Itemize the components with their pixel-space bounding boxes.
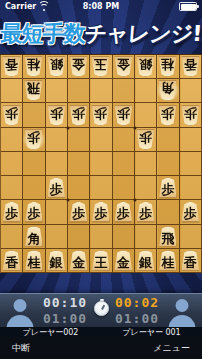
piece-sente-r9c8[interactable]: 桂: [158, 250, 177, 271]
cell-r3c5[interactable]: 歩: [90, 103, 112, 127]
piece-sente-r7c9[interactable]: 歩: [181, 201, 200, 222]
cell-r8c2[interactable]: 角: [23, 225, 45, 249]
piece-gote-r1c9[interactable]: 香: [181, 56, 200, 77]
cell-r4c7[interactable]: 歩: [135, 128, 157, 152]
cell-r8c5[interactable]: [90, 225, 112, 249]
piece-gote-r1c1[interactable]: 香: [2, 56, 21, 77]
cell-r7c5[interactable]: 歩: [90, 200, 112, 224]
cell-r5c6[interactable]: [113, 152, 135, 176]
cell-r5c4[interactable]: [68, 152, 90, 176]
player-right-avatar: [165, 297, 199, 327]
battery-icon: [179, 2, 197, 11]
cell-r6c9[interactable]: [180, 176, 202, 200]
cell-r8c8[interactable]: 飛: [157, 225, 179, 249]
piece-gote-r3c1[interactable]: 歩: [2, 105, 21, 126]
cell-r8c1[interactable]: [1, 225, 23, 249]
status-bar: Carrier 8:08 PM: [0, 0, 202, 13]
cell-r2c7[interactable]: [135, 79, 157, 103]
piece-sente-r7c7[interactable]: 歩: [136, 201, 155, 222]
cell-r9c9[interactable]: 香: [180, 249, 202, 273]
cell-r4c9[interactable]: [180, 128, 202, 152]
app-screen: Carrier 8:08 PM 最短手数チャレンジ! 香桂銀金玉金銀桂香飛角歩歩…: [0, 0, 202, 359]
cell-r9c6[interactable]: 金: [113, 249, 135, 273]
clock-time: 8:08 PM: [0, 2, 202, 11]
piece-sente-r9c2[interactable]: 桂: [24, 250, 43, 271]
piece-gote-r2c2[interactable]: 飛: [24, 80, 43, 101]
cell-r6c6[interactable]: [113, 176, 135, 200]
piece-sente-r7c4[interactable]: 歩: [69, 201, 88, 222]
cell-r7c6[interactable]: 歩: [113, 200, 135, 224]
banner-highlight-text: 最短手数: [0, 19, 86, 49]
cell-r8c4[interactable]: [68, 225, 90, 249]
cell-r9c2[interactable]: 桂: [23, 249, 45, 273]
piece-sente-r9c6[interactable]: 金: [114, 250, 133, 271]
piece-gote-r3c9[interactable]: 歩: [181, 105, 200, 126]
cell-r1c3[interactable]: 銀: [46, 55, 68, 79]
cell-r7c1[interactable]: 歩: [1, 200, 23, 224]
piece-gote-r3c6[interactable]: 歩: [114, 105, 133, 126]
cell-r8c6[interactable]: [113, 225, 135, 249]
piece-sente-r8c2[interactable]: 角: [24, 226, 43, 247]
piece-sente-r9c7[interactable]: 銀: [136, 250, 155, 271]
cell-r4c5[interactable]: [90, 128, 112, 152]
piece-sente-r9c5[interactable]: 王: [91, 250, 110, 271]
piece-gote-r1c7[interactable]: 銀: [136, 56, 155, 77]
piece-sente-r8c8[interactable]: 飛: [158, 226, 177, 247]
cell-r1c9[interactable]: 香: [180, 55, 202, 79]
piece-sente-r6c8[interactable]: 歩: [158, 177, 177, 198]
cell-r5c8[interactable]: [157, 152, 179, 176]
player-left-time-sub: 01:00: [38, 311, 92, 326]
piece-sente-r9c1[interactable]: 香: [2, 250, 21, 271]
player-right-time-main: 00:02: [110, 295, 164, 311]
cell-r4c2[interactable]: 歩: [23, 128, 45, 152]
cell-r3c8[interactable]: 歩: [157, 103, 179, 127]
piece-gote-r4c7[interactable]: 歩: [136, 129, 155, 150]
cell-r2c8[interactable]: 角: [157, 79, 179, 103]
cell-r2c2[interactable]: 飛: [23, 79, 45, 103]
piece-gote-r3c3[interactable]: 歩: [47, 105, 66, 126]
cell-r2c5[interactable]: [90, 79, 112, 103]
cell-r1c1[interactable]: 香: [1, 55, 23, 79]
cell-r2c4[interactable]: [68, 79, 90, 103]
piece-gote-r4c2[interactable]: 歩: [24, 129, 43, 150]
cell-r7c8[interactable]: [157, 200, 179, 224]
bottom-toolbar: 中断 メニュー: [0, 337, 202, 359]
cell-r8c9[interactable]: [180, 225, 202, 249]
cell-r2c9[interactable]: [180, 79, 202, 103]
cell-r3c4[interactable]: 歩: [68, 103, 90, 127]
cell-r8c3[interactable]: [46, 225, 68, 249]
banner-rest-text: チャレンジ!: [84, 19, 202, 49]
piece-gote-r1c5[interactable]: 玉: [91, 56, 110, 77]
cell-r7c4[interactable]: 歩: [68, 200, 90, 224]
cell-r5c7[interactable]: [135, 152, 157, 176]
cell-r7c7[interactable]: 歩: [135, 200, 157, 224]
piece-gote-r3c4[interactable]: 歩: [69, 105, 88, 126]
piece-sente-r9c9[interactable]: 香: [181, 250, 200, 271]
cell-r7c3[interactable]: [46, 200, 68, 224]
player-left-avatar: [3, 297, 37, 327]
cell-r9c1[interactable]: 香: [1, 249, 23, 273]
cell-r4c4[interactable]: [68, 128, 90, 152]
cell-r3c1[interactable]: 歩: [1, 103, 23, 127]
stopwatch-icon: [94, 301, 109, 316]
piece-sente-r7c2[interactable]: 歩: [24, 201, 43, 222]
piece-sente-r7c5[interactable]: 歩: [91, 201, 110, 222]
cell-r1c2[interactable]: 桂: [23, 55, 45, 79]
player-left-clock: 00:10 01:00: [38, 295, 92, 326]
cell-r1c5[interactable]: 玉: [90, 55, 112, 79]
cell-r6c2[interactable]: [23, 176, 45, 200]
challenge-banner: 最短手数チャレンジ!: [0, 13, 202, 54]
piece-gote-r1c8[interactable]: 桂: [158, 56, 177, 77]
cell-r5c3[interactable]: [46, 152, 68, 176]
cell-r1c6[interactable]: 金: [113, 55, 135, 79]
cell-r6c4[interactable]: [68, 176, 90, 200]
cell-r4c6[interactable]: [113, 128, 135, 152]
piece-sente-r6c3[interactable]: 歩: [47, 177, 66, 198]
cell-r1c8[interactable]: 桂: [157, 55, 179, 79]
piece-sente-r9c4[interactable]: 金: [69, 250, 88, 271]
cell-r5c2[interactable]: [23, 152, 45, 176]
cell-r9c4[interactable]: 金: [68, 249, 90, 273]
cell-r4c3[interactable]: [46, 128, 68, 152]
cell-r6c8[interactable]: 歩: [157, 176, 179, 200]
player-right-clock: 00:02 01:00: [110, 295, 164, 326]
cell-r4c8[interactable]: [157, 128, 179, 152]
cell-r9c7[interactable]: 銀: [135, 249, 157, 273]
cell-r3c9[interactable]: 歩: [180, 103, 202, 127]
cell-r9c5[interactable]: 王: [90, 249, 112, 273]
piece-gote-r1c4[interactable]: 金: [69, 56, 88, 77]
cell-r1c4[interactable]: 金: [68, 55, 90, 79]
cell-r5c5[interactable]: [90, 152, 112, 176]
cell-r3c7[interactable]: [135, 103, 157, 127]
cell-r3c6[interactable]: 歩: [113, 103, 135, 127]
piece-sente-r9c3[interactable]: 銀: [47, 250, 66, 271]
piece-gote-r1c6[interactable]: 金: [114, 56, 133, 77]
cell-r5c1[interactable]: [1, 152, 23, 176]
piece-gote-r3c8[interactable]: 歩: [158, 105, 177, 126]
cell-r6c5[interactable]: [90, 176, 112, 200]
cell-r7c2[interactable]: 歩: [23, 200, 45, 224]
cell-r4c1[interactable]: [1, 128, 23, 152]
player-left-time-main: 00:10: [38, 295, 92, 311]
cell-r9c8[interactable]: 桂: [157, 249, 179, 273]
cell-r2c1[interactable]: [1, 79, 23, 103]
cell-r2c3[interactable]: [46, 79, 68, 103]
cell-r7c9[interactable]: 歩: [180, 200, 202, 224]
cell-r9c3[interactable]: 銀: [46, 249, 68, 273]
shogi-board[interactable]: 香桂銀金玉金銀桂香飛角歩歩歩歩歩歩歩歩歩歩歩歩歩歩歩歩歩歩角飛香桂銀金王金銀桂香: [0, 54, 202, 273]
cell-r6c1[interactable]: [1, 176, 23, 200]
cell-r8c7[interactable]: [135, 225, 157, 249]
suspend-button[interactable]: 中断: [12, 342, 30, 355]
player-right-time-sub: 01:00: [110, 311, 164, 326]
cell-r3c3[interactable]: 歩: [46, 103, 68, 127]
clock-panel: 00:10 01:00 00:02 01:00 プレーヤー002 プレーヤー 0…: [0, 293, 202, 338]
piece-gote-r3c5[interactable]: 歩: [91, 105, 110, 126]
piece-gote-r2c8[interactable]: 角: [158, 80, 177, 101]
cell-r2c6[interactable]: [113, 79, 135, 103]
cell-r5c9[interactable]: [180, 152, 202, 176]
piece-gote-r1c3[interactable]: 銀: [47, 56, 66, 77]
cell-r3c2[interactable]: [23, 103, 45, 127]
piece-sente-r7c6[interactable]: 歩: [114, 201, 133, 222]
cell-r6c7[interactable]: [135, 176, 157, 200]
menu-button[interactable]: メニュー: [153, 342, 190, 355]
piece-sente-r7c1[interactable]: 歩: [2, 201, 21, 222]
piece-gote-r1c2[interactable]: 桂: [24, 56, 43, 77]
cell-r1c7[interactable]: 銀: [135, 55, 157, 79]
cell-r6c3[interactable]: 歩: [46, 176, 68, 200]
